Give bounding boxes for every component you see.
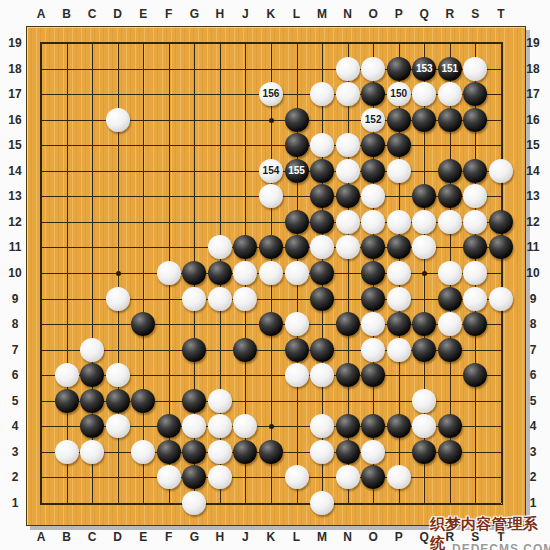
black-stone <box>387 133 411 157</box>
black-stone: 153 <box>412 57 436 81</box>
white-stone <box>489 159 513 183</box>
black-stone <box>387 57 411 81</box>
black-stone <box>336 414 360 438</box>
row-label-right: 8 <box>530 317 537 331</box>
black-stone <box>285 210 309 234</box>
white-stone <box>182 287 206 311</box>
row-label-right: 19 <box>526 36 539 50</box>
white-stone <box>310 491 334 515</box>
white-stone <box>438 312 462 336</box>
col-label-bottom: K <box>267 530 276 544</box>
row-label-left: 18 <box>8 62 21 76</box>
black-stone <box>387 414 411 438</box>
black-stone <box>489 210 513 234</box>
col-label-bottom: F <box>165 530 172 544</box>
white-stone: 152 <box>361 108 385 132</box>
white-stone <box>285 312 309 336</box>
black-stone <box>463 108 487 132</box>
white-stone <box>387 159 411 183</box>
black-stone <box>336 440 360 464</box>
row-label-left: 15 <box>8 138 21 152</box>
col-label-top: G <box>190 7 199 21</box>
col-label-top: D <box>113 7 122 21</box>
col-label-bottom: B <box>62 530 71 544</box>
white-stone <box>336 82 360 106</box>
row-label-left: 2 <box>12 470 19 484</box>
row-label-right: 5 <box>530 394 537 408</box>
col-label-bottom: E <box>139 530 147 544</box>
black-stone <box>412 338 436 362</box>
black-stone <box>438 440 462 464</box>
row-label-left: 5 <box>12 394 19 408</box>
col-label-bottom: G <box>190 530 199 544</box>
white-stone: 154 <box>259 159 283 183</box>
row-label-left: 6 <box>12 368 19 382</box>
col-label-bottom: A <box>37 530 46 544</box>
white-stone <box>310 440 334 464</box>
black-stone <box>438 108 462 132</box>
row-label-right: 1 <box>530 496 537 510</box>
black-stone: 155 <box>285 159 309 183</box>
black-stone <box>387 235 411 259</box>
move-number-label: 151 <box>441 64 458 74</box>
white-stone <box>285 363 309 387</box>
white-stone <box>131 440 155 464</box>
col-label-top: T <box>497 7 504 21</box>
black-stone <box>310 338 334 362</box>
black-stone <box>361 159 385 183</box>
black-stone <box>438 287 462 311</box>
white-stone <box>387 210 411 234</box>
white-stone <box>285 261 309 285</box>
col-label-bottom: C <box>88 530 97 544</box>
white-stone <box>387 465 411 489</box>
col-label-top: H <box>216 7 225 21</box>
white-stone <box>438 261 462 285</box>
col-label-top: Q <box>420 7 429 21</box>
row-label-right: 13 <box>526 189 539 203</box>
black-stone <box>233 338 257 362</box>
row-label-right: 16 <box>526 113 539 127</box>
white-stone <box>361 57 385 81</box>
row-label-left: 19 <box>8 36 21 50</box>
col-label-top: S <box>471 7 479 21</box>
col-label-top: F <box>165 7 172 21</box>
white-stone <box>361 338 385 362</box>
black-stone <box>182 389 206 413</box>
col-label-bottom: L <box>293 530 300 544</box>
black-stone <box>285 133 309 157</box>
white-stone <box>285 465 309 489</box>
col-label-top: E <box>139 7 147 21</box>
white-stone <box>387 338 411 362</box>
col-label-bottom: D <box>113 530 122 544</box>
white-stone <box>208 440 232 464</box>
black-stone <box>310 261 334 285</box>
col-label-bottom: H <box>216 530 225 544</box>
black-stone <box>412 440 436 464</box>
white-stone: 150 <box>387 82 411 106</box>
white-stone <box>55 363 79 387</box>
white-stone <box>157 261 181 285</box>
watermark-subtext: DEDECMS.COM <box>452 542 550 550</box>
black-stone <box>310 159 334 183</box>
white-stone <box>106 287 130 311</box>
row-label-right: 3 <box>530 445 537 459</box>
white-stone <box>336 465 360 489</box>
row-label-right: 10 <box>526 266 539 280</box>
black-stone <box>157 414 181 438</box>
row-label-left: 14 <box>8 164 21 178</box>
move-number-label: 156 <box>263 89 280 99</box>
white-stone <box>463 57 487 81</box>
row-label-right: 11 <box>527 240 540 254</box>
col-label-top: N <box>343 7 352 21</box>
row-label-right: 7 <box>530 343 537 357</box>
white-stone <box>336 210 360 234</box>
black-stone <box>157 440 181 464</box>
black-stone <box>310 210 334 234</box>
move-number-label: 150 <box>390 89 407 99</box>
col-label-top: P <box>395 7 403 21</box>
star-point <box>116 271 121 276</box>
white-stone <box>336 235 360 259</box>
white-stone <box>106 414 130 438</box>
col-label-bottom: N <box>343 530 352 544</box>
black-stone: 151 <box>438 57 462 81</box>
move-number-label: 154 <box>263 166 280 176</box>
row-label-left: 17 <box>8 87 21 101</box>
black-stone <box>387 108 411 132</box>
col-label-bottom: O <box>368 530 377 544</box>
row-label-left: 4 <box>12 419 19 433</box>
col-label-top: O <box>368 7 377 21</box>
black-stone <box>259 440 283 464</box>
row-label-right: 6 <box>530 368 537 382</box>
col-label-top: M <box>317 7 327 21</box>
row-label-right: 14 <box>526 164 539 178</box>
white-stone <box>80 440 104 464</box>
black-stone <box>182 440 206 464</box>
white-stone <box>463 287 487 311</box>
col-label-top: C <box>88 7 97 21</box>
black-stone <box>310 287 334 311</box>
row-label-right: 15 <box>526 138 539 152</box>
white-stone <box>208 389 232 413</box>
black-stone <box>438 338 462 362</box>
row-label-right: 17 <box>526 87 539 101</box>
white-stone <box>208 414 232 438</box>
star-point <box>269 118 274 123</box>
col-label-top: K <box>267 7 276 21</box>
white-stone <box>412 389 436 413</box>
white-stone <box>336 57 360 81</box>
move-number-label: 152 <box>365 115 382 125</box>
col-label-top: R <box>445 7 454 21</box>
row-label-left: 7 <box>12 343 19 357</box>
row-label-left: 3 <box>12 445 19 459</box>
go-diagram: 153151156150152154155 AABBCCDDEEFFGGHHJJ… <box>0 0 550 550</box>
black-stone <box>361 261 385 285</box>
col-label-bottom: P <box>395 530 403 544</box>
white-stone <box>106 363 130 387</box>
white-stone <box>438 210 462 234</box>
white-stone <box>233 287 257 311</box>
white-stone <box>106 108 130 132</box>
white-stone <box>361 440 385 464</box>
white-stone <box>336 159 360 183</box>
black-stone <box>336 184 360 208</box>
col-label-top: A <box>37 7 46 21</box>
move-number-label: 155 <box>288 166 305 176</box>
row-label-left: 11 <box>9 240 22 254</box>
black-stone <box>463 159 487 183</box>
col-label-bottom: Q <box>420 530 429 544</box>
black-stone <box>285 235 309 259</box>
row-label-left: 16 <box>8 113 21 127</box>
black-stone <box>285 108 309 132</box>
row-label-left: 8 <box>12 317 19 331</box>
white-stone <box>208 287 232 311</box>
row-label-right: 9 <box>530 292 537 306</box>
col-label-top: J <box>242 7 249 21</box>
black-stone <box>259 312 283 336</box>
white-stone <box>387 287 411 311</box>
row-label-right: 18 <box>526 62 539 76</box>
black-stone <box>438 184 462 208</box>
black-stone <box>182 338 206 362</box>
black-stone <box>387 312 411 336</box>
white-stone <box>80 338 104 362</box>
black-stone <box>412 108 436 132</box>
black-stone <box>438 159 462 183</box>
black-stone <box>106 389 130 413</box>
black-stone <box>438 414 462 438</box>
white-stone <box>55 440 79 464</box>
row-label-left: 10 <box>8 266 21 280</box>
white-stone <box>361 312 385 336</box>
row-label-right: 2 <box>530 470 537 484</box>
black-stone <box>55 389 79 413</box>
white-stone <box>310 82 334 106</box>
black-stone <box>336 312 360 336</box>
white-stone: 156 <box>259 82 283 106</box>
col-label-top: B <box>62 7 71 21</box>
row-label-right: 12 <box>526 215 539 229</box>
white-stone <box>489 287 513 311</box>
white-stone <box>157 465 181 489</box>
black-stone <box>131 389 155 413</box>
move-number-label: 153 <box>416 64 433 74</box>
row-label-left: 1 <box>12 496 19 510</box>
white-stone <box>361 210 385 234</box>
black-stone <box>285 338 309 362</box>
black-stone <box>80 389 104 413</box>
row-label-right: 4 <box>530 419 537 433</box>
row-label-left: 12 <box>8 215 21 229</box>
white-stone <box>259 261 283 285</box>
black-stone <box>208 261 232 285</box>
white-stone <box>438 82 462 106</box>
col-label-bottom: J <box>242 530 249 544</box>
row-label-left: 13 <box>8 189 21 203</box>
white-stone <box>412 210 436 234</box>
col-label-bottom: M <box>317 530 327 544</box>
black-stone <box>361 287 385 311</box>
white-stone <box>387 261 411 285</box>
row-label-left: 9 <box>12 292 19 306</box>
col-label-top: L <box>293 7 300 21</box>
white-stone <box>336 133 360 157</box>
black-stone <box>336 363 360 387</box>
white-stone <box>310 363 334 387</box>
